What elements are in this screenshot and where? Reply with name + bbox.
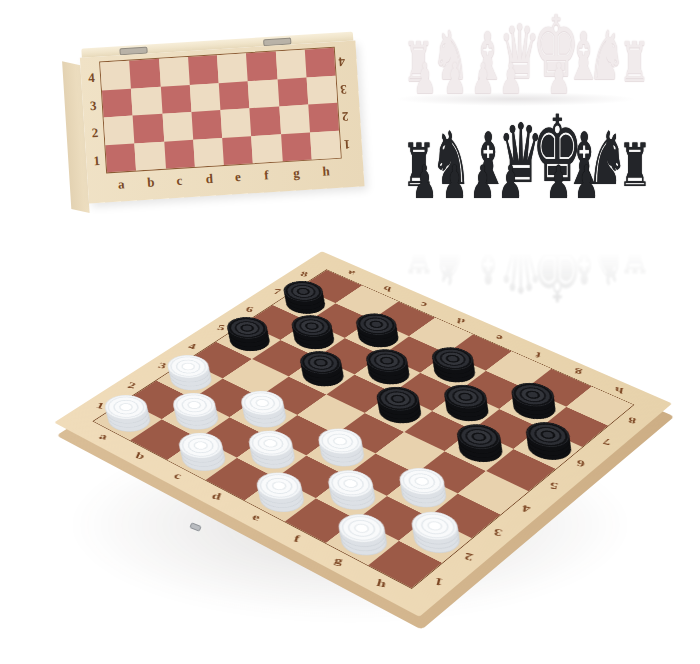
coordinate-label: b bbox=[134, 451, 146, 461]
coordinate-label: 4 bbox=[187, 342, 197, 351]
coordinate-label: b bbox=[382, 285, 392, 293]
coordinate-label: g bbox=[333, 555, 344, 566]
coordinate-label: d bbox=[456, 317, 466, 326]
coordinate-label: h bbox=[614, 385, 624, 394]
coordinate-label: f bbox=[293, 533, 302, 544]
coordinate-label: a bbox=[347, 269, 356, 277]
coordinate-label: h bbox=[375, 577, 387, 589]
open-board-scene: 1122334455667788aabbccddeeffgghh bbox=[0, 0, 700, 664]
open-board-wrapper: 1122334455667788aabbccddeeffgghh bbox=[106, 193, 624, 633]
coordinate-label: e bbox=[251, 512, 261, 523]
coordinate-label: e bbox=[495, 333, 503, 342]
coordinate-label: 6 bbox=[244, 305, 254, 313]
coordinate-label: 2 bbox=[464, 551, 474, 562]
coordinate-label: 3 bbox=[493, 527, 503, 538]
coordinate-label: 6 bbox=[576, 458, 585, 468]
checkers-board: 1122334455667788aabbccddeeffgghh bbox=[54, 251, 672, 617]
coordinate-label: d bbox=[210, 491, 222, 502]
coordinate-label: 7 bbox=[602, 436, 611, 446]
coordinate-label: 5 bbox=[216, 324, 226, 333]
coordinate-label: 2 bbox=[126, 381, 137, 390]
coordinate-label: c bbox=[420, 301, 428, 309]
coordinate-label: g bbox=[574, 368, 583, 377]
coordinate-label: 8 bbox=[299, 270, 308, 278]
coordinate-label: c bbox=[172, 471, 183, 481]
coordinate-label: 4 bbox=[521, 503, 531, 514]
coordinate-label: a bbox=[97, 432, 108, 442]
coordinate-label: f bbox=[535, 351, 542, 360]
coordinate-label: 5 bbox=[549, 480, 559, 490]
product-photo-scene: 44332211abcdefgh ♜♞♝♛♚♝♞♜♟♟♟♟♟ ♜♞♝♛♚♝♞♜♟… bbox=[0, 0, 700, 664]
coordinate-label: 7 bbox=[272, 288, 282, 296]
coordinate-label: 8 bbox=[628, 415, 637, 425]
coordinate-label: 1 bbox=[434, 576, 445, 588]
